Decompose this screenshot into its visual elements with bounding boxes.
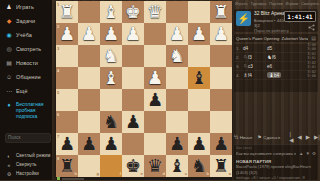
news-label: Новости [16, 60, 38, 66]
black-p-piece[interactable]: ♟ [78, 133, 100, 155]
light-mode-icon: ◐ [5, 153, 13, 159]
rank-label: 7 [57, 134, 59, 139]
rank-label: 8 [57, 156, 59, 161]
tournament-clock: 1:41:41 [284, 11, 316, 22]
square-g7[interactable]: ♟ [78, 133, 100, 155]
black-p-piece[interactable]: ♟ [56, 133, 78, 155]
app-window: ♟Играть◆Задачи◉Учёба◎Смотреть▤Новости☺Об… [0, 0, 320, 180]
panel-tab-1[interactable]: Турниры [250, 1, 266, 6]
bottom-player-bar [56, 177, 232, 180]
square-c1[interactable] [166, 1, 188, 23]
puzzles-label: Задачи [16, 18, 35, 24]
black-p-piece[interactable]: ♟ [144, 89, 166, 111]
move-row-3: 3.♘c3e63:023:01 [234, 62, 318, 71]
square-b2[interactable]: ♟ [188, 23, 210, 45]
panel-tab-3[interactable]: Игроки [286, 1, 299, 6]
rank-label: 2 [57, 24, 59, 29]
square-c4[interactable] [166, 67, 188, 89]
white-n-piece[interactable]: ♞ [166, 45, 188, 67]
white-p-piece[interactable]: ♟ [56, 23, 78, 45]
panel-tabs: ИгратьТурнирыПартииИгрокиСмотреть [234, 1, 320, 6]
file-label: g [97, 171, 99, 176]
square-d1[interactable]: ♛ [144, 1, 166, 23]
panel-tab-2[interactable]: Партии [269, 1, 283, 6]
sidebar-item-watch[interactable]: ◎Смотреть [0, 42, 52, 56]
thumb-up-icon[interactable]: ▲ [299, 151, 303, 156]
square-h4[interactable]: 4 [56, 67, 78, 89]
piece-figurine: ♘ [243, 54, 248, 60]
light-mode-label: Светлый режим [16, 153, 50, 158]
square-b1[interactable] [188, 1, 210, 23]
piece-figurine: ♗ [243, 72, 248, 78]
nav-back-button[interactable]: ◀ [297, 134, 301, 140]
square-e2[interactable]: ♟ [122, 23, 144, 45]
rank-label: 5 [57, 90, 59, 95]
white-p-piece[interactable]: ♟ [122, 23, 144, 45]
file-label: f [120, 171, 121, 176]
white-move[interactable]: ♘f3 [243, 54, 267, 60]
square-b4[interactable]: ♝ [188, 67, 210, 89]
sidebar: ♟Играть◆Задачи◉Учёба◎Смотреть▤Новости☺Об… [0, 0, 52, 180]
file-label: a [229, 171, 231, 176]
square-d6[interactable] [144, 111, 166, 133]
black-p-piece[interactable]: ♟ [166, 133, 188, 155]
diamond-icon: ♦ [5, 102, 13, 108]
move-number: 4. [236, 73, 243, 78]
white-p-piece[interactable]: ♟ [166, 23, 188, 45]
opening-book-icon[interactable]: ▤ [311, 35, 316, 41]
community-icon: ☺ [5, 74, 13, 80]
black-p-piece[interactable]: ♟ [100, 133, 122, 155]
learn-icon: ◉ [5, 32, 13, 38]
opening-bar[interactable]: Queen's Pawn Opening: Zukertort Variatio… [234, 34, 318, 42]
white-r-piece[interactable]: ♜ [56, 1, 78, 23]
square-e4[interactable] [122, 67, 144, 89]
sidebar-item-community[interactable]: ☺Общение [0, 70, 52, 84]
sidebar-item-puzzles[interactable]: ◆Задачи [0, 14, 52, 28]
square-c5[interactable] [166, 89, 188, 111]
resign-label: Сдаться [263, 135, 280, 140]
move-times: 3:013:01 [307, 53, 316, 61]
panel-tab-4[interactable]: Смотреть [301, 1, 319, 6]
nav-forward-button[interactable]: ▶ [306, 134, 310, 140]
square-a5[interactable] [210, 89, 232, 111]
black-p-piece[interactable]: ♟ [210, 133, 232, 155]
square-c8[interactable]: ♝c [166, 155, 188, 177]
free-trial-link[interactable]: ♦ Бесплатная пробная подписка [0, 98, 52, 121]
square-d4[interactable]: ♟ [144, 67, 166, 89]
flag-icon: ⚑ [257, 134, 261, 140]
resign-button[interactable]: ⚑ Сдаться [257, 134, 280, 140]
sidebar-item-play[interactable]: ♟Играть [0, 0, 52, 14]
white-r-piece[interactable]: ♜ [210, 1, 232, 23]
draw-label: Ничья [240, 135, 253, 140]
square-c3[interactable]: ♞ [166, 45, 188, 67]
play-label: Играть [16, 4, 34, 10]
black-n-piece[interactable]: ♞ [100, 111, 122, 133]
nav-first-button[interactable]: |◀ [289, 131, 293, 143]
square-h1[interactable]: ♜1 [56, 1, 78, 23]
square-g3[interactable] [78, 45, 100, 67]
square-a8[interactable]: ♜a [210, 155, 232, 177]
square-f7[interactable]: ♟ [100, 133, 122, 155]
chat-points-line: победа +8 / ничья +0 / поражение -9 [234, 175, 318, 181]
black-p-piece[interactable]: ♟ [122, 111, 144, 133]
square-g6[interactable] [78, 111, 100, 133]
settings-label: Настройки [16, 171, 39, 176]
square-b8[interactable]: ♞b [188, 155, 210, 177]
online-indicator [57, 177, 60, 180]
move-row-2: 2.♘f3♞f63:013:01 [234, 53, 318, 62]
settings-icon: ⚙ [5, 171, 13, 177]
file-label: d [163, 171, 165, 176]
black-move[interactable]: ♞f6 [267, 54, 291, 60]
sidebar-search [5, 125, 48, 143]
white-q-piece[interactable]: ♛ [144, 1, 166, 23]
collapse-icon: « [5, 162, 13, 168]
file-label: h [75, 171, 77, 176]
square-a6[interactable] [210, 111, 232, 133]
square-f3[interactable]: ♞ [100, 45, 122, 67]
sidebar-item-more[interactable]: ⋯Ещё [0, 84, 52, 98]
square-b5[interactable] [188, 89, 210, 111]
white-move[interactable]: ♗f4 [243, 72, 267, 78]
game-controls: ½ Ничья ⚑ Сдаться |◀◀▶▶|☰ [234, 132, 318, 142]
sidebar-footer-collapse[interactable]: «Свернуть [0, 160, 52, 169]
square-e6[interactable]: ♟ [122, 111, 144, 133]
rank-label: 1 [57, 2, 59, 7]
square-g1[interactable] [78, 1, 100, 23]
more-icon: ⋯ [5, 88, 13, 94]
square-f5[interactable] [100, 89, 122, 111]
square-a7[interactable]: ♟ [210, 133, 232, 155]
square-d8[interactable]: ♛d [144, 155, 166, 177]
play-icon: ♟ [5, 4, 13, 10]
white-move[interactable]: d4 [243, 46, 267, 51]
news-icon: ▤ [5, 60, 13, 66]
move-number: 3. [236, 64, 243, 69]
tournament-card[interactable]: ⚡ 32 Blitz Арена Блицевая • 440 игроков … [234, 9, 318, 32]
search-input[interactable] [5, 133, 51, 143]
rank-label: 4 [57, 68, 59, 73]
collapse-label: Свернуть [16, 162, 37, 167]
square-d3[interactable] [144, 45, 166, 67]
chess-board[interactable]: ♜1♝♚♛♜♟2♟♟♟♟♟♟3♞♞4♝♟♝5♟6♞♟♟7♟♟♟♟♟♜8hgf♚e… [56, 1, 232, 177]
black-b-piece[interactable]: ♝ [188, 67, 210, 89]
square-d5[interactable]: ♟ [144, 89, 166, 111]
file-label: b [207, 171, 209, 176]
square-b3[interactable] [188, 45, 210, 67]
square-g5[interactable] [78, 89, 100, 111]
move-row-4: 4.♗f4♝b43:023:00 [234, 71, 318, 80]
sportsmanship-prompt: Как вы оцениваете соперника по спортивно… [234, 150, 318, 157]
white-p-piece[interactable]: ♟ [78, 23, 100, 45]
tournament-pairing: Пары по рейтингу [254, 28, 289, 33]
white-p-piece[interactable]: ♟ [144, 67, 166, 89]
file-label: e [141, 171, 143, 176]
move-list: 1.d4d53:003:002.♘f3♞f63:013:013.♘c3e63:0… [234, 44, 318, 92]
sidebar-footer-light-mode[interactable]: ◐Светлый режим [0, 151, 52, 160]
move-nav-buttons: |◀◀▶▶|☰ [285, 131, 320, 143]
square-h5[interactable]: 5 [56, 89, 78, 111]
thumb-down-icon[interactable]: ▼ [305, 151, 309, 156]
move-number: 1. [236, 46, 243, 51]
square-g2[interactable]: ♟ [78, 23, 100, 45]
move-times: 3:003:00 [307, 44, 316, 52]
white-p-piece[interactable]: ♟ [210, 23, 232, 45]
square-b7[interactable]: ♟ [188, 133, 210, 155]
move-row-1: 1.d4d53:003:00 [234, 44, 318, 53]
square-b6[interactable] [188, 111, 210, 133]
square-e8[interactable]: ♚e [122, 155, 144, 177]
square-f2[interactable]: ♟ [100, 23, 122, 45]
black-move[interactable]: e6 [267, 64, 291, 69]
square-c2[interactable]: ♟ [166, 23, 188, 45]
black-p-piece[interactable]: ♟ [188, 133, 210, 155]
move-times: 3:023:01 [307, 62, 316, 70]
white-b-piece[interactable]: ♝ [100, 1, 122, 23]
square-f1[interactable]: ♝ [100, 1, 122, 23]
piece-figurine: ♝ [269, 72, 274, 78]
white-p-piece[interactable]: ♟ [100, 23, 122, 45]
rank-label: 6 [57, 112, 59, 117]
rank-label: 3 [57, 46, 59, 51]
square-e3[interactable] [122, 45, 144, 67]
move-times: 3:023:00 [307, 71, 316, 79]
square-f8[interactable]: f [100, 155, 122, 177]
piece-figurine: ♘ [243, 63, 248, 69]
square-f6[interactable]: ♞ [100, 111, 122, 133]
puzzles-icon: ◆ [5, 18, 13, 24]
square-g8[interactable]: g [78, 155, 100, 177]
square-a3[interactable] [210, 45, 232, 67]
watch-label: Смотреть [16, 46, 41, 52]
community-label: Общение [16, 74, 41, 80]
square-h6[interactable]: 6 [56, 111, 78, 133]
learn-label: Учёба [16, 32, 32, 38]
sportsmanship-question: Как вы оцениваете соперника по спортивно… [236, 151, 296, 156]
square-a2[interactable]: ♟ [210, 23, 232, 45]
half-point-icon: ½ [234, 134, 238, 140]
square-f4[interactable]: ♝ [100, 67, 122, 89]
square-d2[interactable] [144, 23, 166, 45]
white-p-piece[interactable]: ♟ [188, 23, 210, 45]
sidebar-footer: ◐Светлый режим«Свернуть⚙Настройки [0, 151, 52, 178]
square-a1[interactable]: ♜ [210, 1, 232, 23]
piece-figurine: ♞ [267, 54, 272, 60]
sidebar-item-learn[interactable]: ◉Учёба [0, 28, 52, 42]
free-trial-label: Бесплатная пробная подписка [16, 101, 48, 119]
white-move[interactable]: ♘c3 [243, 63, 267, 69]
nav-last-button[interactable]: ▶| [314, 134, 320, 140]
sidebar-footer-settings[interactable]: ⚙Настройки [0, 169, 52, 178]
game-panel: ИгратьТурнирыПартииИгрокиСмотреть ⚡ 32 B… [234, 0, 318, 180]
opening-name: Queen's Pawn Opening: Zukertort Variatio… [236, 36, 308, 41]
square-c7[interactable]: ♟ [166, 133, 188, 155]
square-h8[interactable]: ♜8h [56, 155, 78, 177]
square-h3[interactable]: 3 [56, 45, 78, 67]
black-move[interactable]: ♝b4 [267, 72, 281, 78]
white-b-piece[interactable]: ♝ [100, 67, 122, 89]
tournament-name[interactable]: 32 Blitz Арена [254, 11, 285, 16]
square-e5[interactable] [122, 89, 144, 111]
square-h2[interactable]: ♟2 [56, 23, 78, 45]
square-h7[interactable]: ♟7 [56, 133, 78, 155]
watch-icon: ◎ [5, 46, 13, 52]
panel-tab-0[interactable]: Играть [235, 1, 248, 6]
more-label: Ещё [16, 88, 28, 94]
chat-panel: Чат (все) Как вы оцениваете соперника по… [234, 144, 318, 180]
file-label: c [185, 171, 187, 176]
move-number: 2. [236, 55, 243, 60]
square-g4[interactable] [78, 67, 100, 89]
sidebar-item-news[interactable]: ▤Новости [0, 56, 52, 70]
arena-lightning-icon: ⚡ [236, 11, 251, 26]
square-a4[interactable] [210, 67, 232, 89]
square-c6[interactable] [166, 111, 188, 133]
share-icon[interactable] [308, 24, 315, 31]
sidebar-nav: ♟Играть◆Задачи◉Учёба◎Смотреть▤Новости☺Об… [0, 0, 52, 98]
square-e1[interactable]: ♚ [122, 1, 144, 23]
black-move[interactable]: d5 [267, 46, 291, 51]
chat-settings-gear-icon[interactable]: ⚙ [312, 151, 316, 156]
bottom-player-name [62, 178, 84, 180]
square-e7[interactable] [122, 133, 144, 155]
white-k-piece[interactable]: ♚ [122, 1, 144, 23]
draw-button[interactable]: ½ Ничья [234, 134, 252, 140]
chat-players-line: BacioPaulo (1979) против olegBacHearn [234, 164, 318, 170]
white-n-piece[interactable]: ♞ [100, 45, 122, 67]
square-d7[interactable] [144, 133, 166, 155]
black-move-time: 3:00 [307, 75, 316, 79]
